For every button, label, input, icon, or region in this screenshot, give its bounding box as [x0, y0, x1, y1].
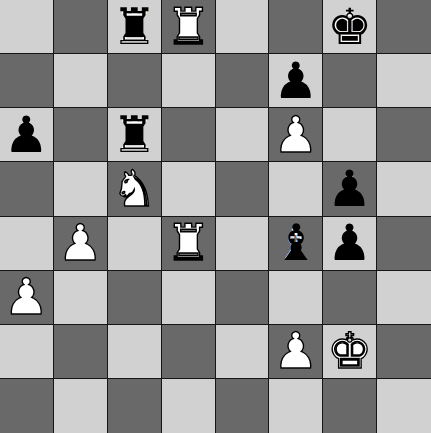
square-e5[interactable]: [216, 162, 270, 216]
square-g2[interactable]: ♚: [323, 325, 377, 379]
square-c4[interactable]: [108, 217, 162, 271]
square-h3[interactable]: [377, 271, 431, 325]
square-d4[interactable]: ♜: [162, 217, 216, 271]
square-b7[interactable]: [54, 54, 108, 108]
square-f3[interactable]: [269, 271, 323, 325]
square-h7[interactable]: [377, 54, 431, 108]
square-e4[interactable]: [216, 217, 270, 271]
square-b2[interactable]: [54, 325, 108, 379]
square-e2[interactable]: [216, 325, 270, 379]
white-rook-piece: ♜: [162, 217, 215, 271]
square-g6[interactable]: [323, 108, 377, 162]
square-f2[interactable]: ♟: [269, 325, 323, 379]
square-d2[interactable]: [162, 325, 216, 379]
square-a5[interactable]: [0, 162, 54, 216]
square-c2[interactable]: [108, 325, 162, 379]
square-d6[interactable]: [162, 108, 216, 162]
square-a2[interactable]: [0, 325, 54, 379]
black-pawn-piece: ♟: [0, 108, 53, 162]
square-f7[interactable]: ♟: [269, 54, 323, 108]
square-c5[interactable]: ♞: [108, 162, 162, 216]
square-g7[interactable]: [323, 54, 377, 108]
square-b4[interactable]: ♟: [54, 217, 108, 271]
square-e6[interactable]: [216, 108, 270, 162]
square-h2[interactable]: [377, 325, 431, 379]
square-h6[interactable]: [377, 108, 431, 162]
square-e8[interactable]: [216, 0, 270, 54]
square-b6[interactable]: [54, 108, 108, 162]
square-b5[interactable]: [54, 162, 108, 216]
square-g4[interactable]: ♟: [323, 217, 377, 271]
square-c1[interactable]: [108, 379, 162, 433]
black-pawn-piece: ♟: [323, 162, 376, 216]
square-b3[interactable]: [54, 271, 108, 325]
white-pawn-piece: ♟: [269, 325, 322, 379]
square-e3[interactable]: [216, 271, 270, 325]
square-c6[interactable]: ♜: [108, 108, 162, 162]
white-rook-piece: ♜: [162, 0, 215, 54]
square-e1[interactable]: [216, 379, 270, 433]
square-d7[interactable]: [162, 54, 216, 108]
square-c3[interactable]: [108, 271, 162, 325]
black-rook-piece: ♜: [108, 108, 161, 162]
square-g5[interactable]: ♟: [323, 162, 377, 216]
black-rook-piece: ♜: [108, 0, 161, 54]
square-h4[interactable]: [377, 217, 431, 271]
white-pawn-piece: ♟: [0, 271, 53, 325]
white-pawn-piece: ♟: [54, 217, 107, 271]
square-c8[interactable]: ♜: [108, 0, 162, 54]
square-b8[interactable]: [54, 0, 108, 54]
square-c7[interactable]: [108, 54, 162, 108]
square-h1[interactable]: [377, 379, 431, 433]
square-f6[interactable]: ♟: [269, 108, 323, 162]
square-f1[interactable]: [269, 379, 323, 433]
square-d3[interactable]: [162, 271, 216, 325]
square-f4[interactable]: ♝: [269, 217, 323, 271]
square-d8[interactable]: ♜: [162, 0, 216, 54]
square-a4[interactable]: [0, 217, 54, 271]
square-e7[interactable]: [216, 54, 270, 108]
square-a3[interactable]: ♟: [0, 271, 54, 325]
white-king-piece: ♚: [323, 325, 376, 379]
square-h5[interactable]: [377, 162, 431, 216]
square-g8[interactable]: ♚: [323, 0, 377, 54]
square-f5[interactable]: [269, 162, 323, 216]
square-g3[interactable]: [323, 271, 377, 325]
square-h8[interactable]: [377, 0, 431, 54]
black-pawn-piece: ♟: [269, 54, 322, 108]
black-pawn-piece: ♟: [323, 217, 376, 271]
black-king-piece: ♚: [323, 0, 376, 54]
square-a1[interactable]: [0, 379, 54, 433]
white-pawn-piece: ♟: [269, 108, 322, 162]
square-a8[interactable]: [0, 0, 54, 54]
chess-board: ♜♜♚♟♟♜♟♞♟♟♜♝♟♟♟♚: [0, 0, 431, 433]
square-a7[interactable]: [0, 54, 54, 108]
black-bishop-piece: ♝: [269, 217, 322, 271]
square-d5[interactable]: [162, 162, 216, 216]
square-d1[interactable]: [162, 379, 216, 433]
square-g1[interactable]: [323, 379, 377, 433]
white-knight-piece: ♞: [108, 162, 161, 216]
square-a6[interactable]: ♟: [0, 108, 54, 162]
square-f8[interactable]: [269, 0, 323, 54]
square-b1[interactable]: [54, 379, 108, 433]
